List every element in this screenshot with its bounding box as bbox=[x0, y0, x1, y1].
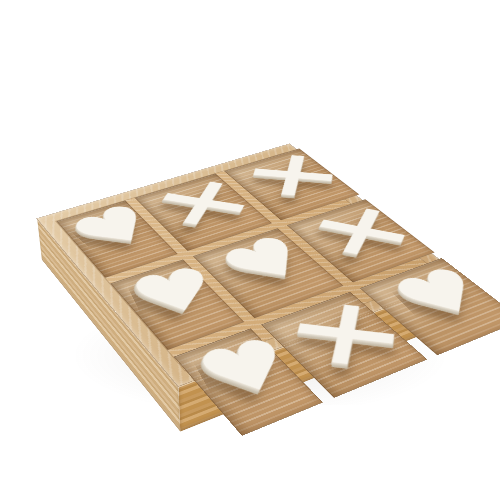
piece-heart[interactable]: ♥ bbox=[208, 228, 328, 297]
product-photo-scene: ♥××♥♥×♥×♥ bbox=[0, 0, 500, 500]
